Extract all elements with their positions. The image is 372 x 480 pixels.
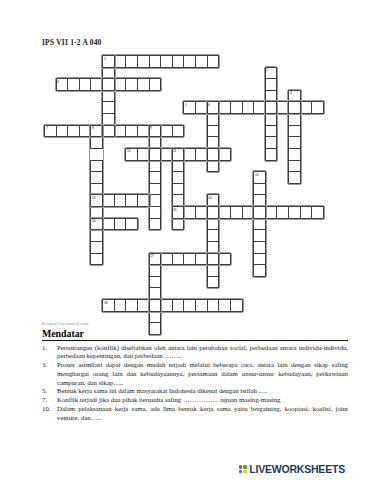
crossword-cell[interactable] <box>288 171 301 184</box>
clue-text: Konflik terjadi jika dua pihak berusaha … <box>57 396 348 405</box>
logo-icon-square <box>239 470 243 474</box>
logo-icon-square <box>243 465 247 469</box>
crossword-cell[interactable] <box>218 148 231 161</box>
crossword-cell[interactable] <box>207 276 220 289</box>
clue-item-7: 7.Konflik terjadi jika dua pihak berusah… <box>42 396 348 405</box>
crossword-cell[interactable] <box>207 55 220 68</box>
crossword-grid[interactable]: 123456789101112131415161718 <box>44 55 324 335</box>
clue-item-1: 1.Pertentangan (konflik) disebabkan oleh… <box>42 344 348 362</box>
attribution-text: EclipseCrossword.com <box>42 321 89 326</box>
clue-number: 10. <box>42 405 57 423</box>
clue-text: Pertentangan (konflik) disebabkan oleh a… <box>57 344 348 362</box>
crossword-cell[interactable] <box>125 218 138 231</box>
clue-text: Bentuk kerja sama ini dalam masyarakat I… <box>57 387 348 396</box>
clue-item-5: 5.Bentuk kerja sama ini dalam masyarakat… <box>42 387 348 396</box>
clues-section: Mendatar 1.Pertentangan (konflik) diseba… <box>42 328 348 423</box>
logo-icon-square <box>239 465 243 469</box>
clue-item-3: 3.Proses asimilasi dapat dengan mudah te… <box>42 361 348 387</box>
worksheet-page: IPS VII 1-2 A 040 1234567891011121314151… <box>0 0 372 480</box>
crossword-cell[interactable] <box>230 299 243 312</box>
clue-number: 7. <box>42 396 57 405</box>
worksheet-title: IPS VII 1-2 A 040 <box>42 38 102 47</box>
clues-heading: Mendatar <box>42 328 348 339</box>
liveworksheets-brand-text: LIVEWORKSHEETS <box>249 463 345 475</box>
liveworksheets-grid-icon <box>239 465 247 473</box>
clue-item-10: 10.Dalam pelaksanaan kerja sama, ada lim… <box>42 405 348 423</box>
crossword-cell[interactable] <box>311 101 324 114</box>
crossword-cell[interactable] <box>311 206 324 219</box>
crossword-cell[interactable] <box>90 136 103 149</box>
crossword-cell[interactable] <box>172 125 185 138</box>
crossword-cell[interactable] <box>90 253 103 266</box>
clue-list: 1.Pertentangan (konflik) disebabkan oleh… <box>42 344 348 423</box>
clue-text: Dalam pelaksanaan kerja sama, ada lima b… <box>57 405 348 423</box>
clue-number: 1. <box>42 344 57 362</box>
liveworksheets-logo[interactable]: LIVEWORKSHEETS <box>239 462 345 476</box>
heading-rule <box>42 340 348 341</box>
crossword-cell[interactable] <box>207 160 220 173</box>
clue-number: 5. <box>42 387 57 396</box>
logo-icon-square <box>243 470 247 474</box>
crossword-cell[interactable] <box>172 218 185 231</box>
crossword-cell[interactable] <box>149 78 162 91</box>
clue-number: 3. <box>42 361 57 387</box>
clue-text: Proses asimilasi dapat dengan mudah terj… <box>57 361 348 387</box>
crossword-cell[interactable] <box>149 218 162 231</box>
crossword-cell[interactable] <box>265 148 278 161</box>
crossword-cell[interactable] <box>218 253 231 266</box>
crossword-cell[interactable] <box>253 264 266 277</box>
